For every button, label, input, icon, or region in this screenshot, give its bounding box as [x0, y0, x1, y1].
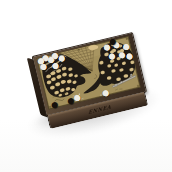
game-piece-white: ● — [102, 89, 110, 98]
game-piece-white: ● — [125, 52, 133, 61]
product-photo-scene: ●●●●●●●●●●●●●●●●●● ENNEA — [0, 0, 172, 172]
game-piece-black: ● — [108, 37, 117, 46]
game-piece-white: ● — [39, 62, 47, 71]
game-piece-white: ● — [57, 54, 65, 63]
game-piece-black: ● — [50, 101, 59, 110]
game-piece-black: ● — [67, 97, 76, 106]
game-piece-white: ● — [51, 61, 59, 70]
brand-engraving: ENNEA — [89, 105, 112, 116]
game-piece-white: ● — [108, 52, 116, 61]
